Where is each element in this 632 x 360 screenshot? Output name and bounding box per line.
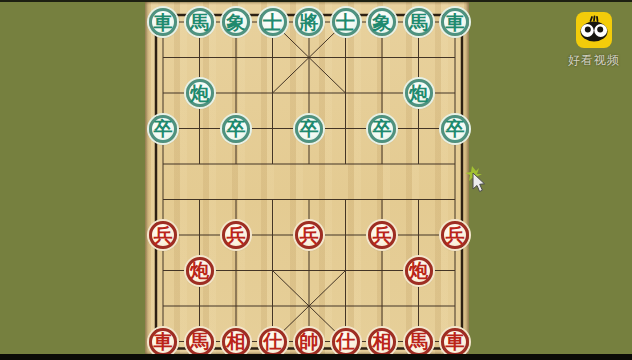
board-grid <box>145 2 469 354</box>
piece-卒-black[interactable]: 卒 <box>368 115 396 143</box>
piece-卒-black[interactable]: 卒 <box>222 115 250 143</box>
piece-炮-red[interactable]: 炮 <box>405 257 433 285</box>
piece-炮-black[interactable]: 炮 <box>405 79 433 107</box>
piece-炮-black[interactable]: 炮 <box>186 79 214 107</box>
piece-仕-red[interactable]: 仕 <box>332 328 360 356</box>
mouse-cursor-icon <box>464 165 486 195</box>
haokan-watermark: 好看视频 <box>563 12 625 69</box>
piece-車-black[interactable]: 車 <box>441 8 469 36</box>
piece-卒-black[interactable]: 卒 <box>441 115 469 143</box>
haokan-video-logo-icon <box>576 12 612 48</box>
piece-馬-black[interactable]: 馬 <box>186 8 214 36</box>
piece-仕-red[interactable]: 仕 <box>259 328 287 356</box>
piece-相-red[interactable]: 相 <box>368 328 396 356</box>
piece-兵-red[interactable]: 兵 <box>149 221 177 249</box>
piece-兵-red[interactable]: 兵 <box>441 221 469 249</box>
piece-將-black[interactable]: 將 <box>295 8 323 36</box>
letterbox-top <box>0 0 632 2</box>
piece-馬-red[interactable]: 馬 <box>405 328 433 356</box>
piece-車-black[interactable]: 車 <box>149 8 177 36</box>
piece-卒-black[interactable]: 卒 <box>149 115 177 143</box>
piece-帥-red[interactable]: 帥 <box>295 328 323 356</box>
piece-馬-red[interactable]: 馬 <box>186 328 214 356</box>
piece-車-red[interactable]: 車 <box>149 328 177 356</box>
piece-相-red[interactable]: 相 <box>222 328 250 356</box>
piece-馬-black[interactable]: 馬 <box>405 8 433 36</box>
piece-象-black[interactable]: 象 <box>368 8 396 36</box>
piece-象-black[interactable]: 象 <box>222 8 250 36</box>
piece-炮-red[interactable]: 炮 <box>186 257 214 285</box>
piece-兵-red[interactable]: 兵 <box>222 221 250 249</box>
piece-兵-red[interactable]: 兵 <box>295 221 323 249</box>
piece-士-black[interactable]: 士 <box>332 8 360 36</box>
watermark-caption: 好看视频 <box>563 52 625 69</box>
piece-士-black[interactable]: 士 <box>259 8 287 36</box>
letterbox-bottom <box>0 354 632 360</box>
piece-兵-red[interactable]: 兵 <box>368 221 396 249</box>
video-frame: 車馬象士將士象馬車炮炮卒卒卒卒卒兵兵兵兵兵炮炮車馬相仕帥仕相馬車 好看视频 <box>0 0 632 360</box>
piece-車-red[interactable]: 車 <box>441 328 469 356</box>
xiangqi-board: 車馬象士將士象馬車炮炮卒卒卒卒卒兵兵兵兵兵炮炮車馬相仕帥仕相馬車 <box>145 2 469 354</box>
piece-卒-black[interactable]: 卒 <box>295 115 323 143</box>
